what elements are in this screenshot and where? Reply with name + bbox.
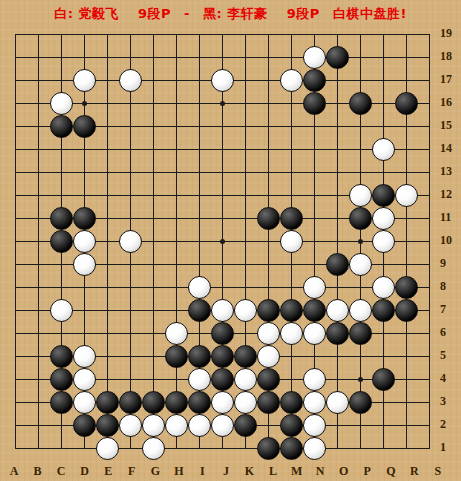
stone-black [142,391,165,414]
stone-white [303,391,326,414]
stone-black [50,207,73,230]
stone-white [257,345,280,368]
stone-white [303,414,326,437]
stone-white [349,184,372,207]
stone-white [234,391,257,414]
stone-black [257,207,280,230]
column-label: S [431,464,445,479]
stone-white [188,276,211,299]
column-label: B [31,464,45,479]
column-label: M [290,464,304,479]
stone-black [119,391,142,414]
column-label: A [7,464,21,479]
stone-black [73,115,96,138]
stone-black [303,69,326,92]
stone-white [142,437,165,460]
row-label: 13 [440,164,458,179]
row-label: 4 [440,371,458,386]
stone-white [303,276,326,299]
stone-white [234,368,257,391]
go-diagram-page: 白: 党毅飞 9段P - 黑: 李轩豪 9段P 白棋中盘胜! ABCDEFGHI… [0,0,461,481]
stone-black [349,322,372,345]
stone-black [234,345,257,368]
row-label: 19 [440,26,458,41]
column-label: C [54,464,68,479]
stone-black [257,437,280,460]
stone-white [372,138,395,161]
column-label: L [266,464,280,479]
stone-white [211,414,234,437]
stone-white [165,322,188,345]
stone-black [50,115,73,138]
row-label: 18 [440,49,458,64]
stone-black [303,92,326,115]
stone-white [349,299,372,322]
column-label: H [172,464,186,479]
stone-white [165,414,188,437]
stone-black [50,368,73,391]
stone-black [211,322,234,345]
stone-white [73,253,96,276]
column-label: O [337,464,351,479]
stone-white [119,230,142,253]
stone-black [372,299,395,322]
stone-white [73,345,96,368]
stone-black [188,391,211,414]
row-label: 9 [440,256,458,271]
stone-white [326,299,349,322]
row-label: 14 [440,141,458,156]
stone-black [280,437,303,460]
column-label: Q [384,464,398,479]
stone-white [119,414,142,437]
stone-white [303,368,326,391]
column-label: G [148,464,162,479]
go-board[interactable] [0,0,461,461]
stone-black [372,368,395,391]
stone-white [280,69,303,92]
row-label: 3 [440,394,458,409]
stone-black [326,322,349,345]
stone-black [188,345,211,368]
column-label: R [407,464,421,479]
column-label: J [219,464,233,479]
stone-white [303,322,326,345]
stone-black [326,253,349,276]
row-label: 8 [440,279,458,294]
grid-line [15,448,430,449]
stone-black [349,92,372,115]
stone-white [142,414,165,437]
stone-white [280,230,303,253]
stone-white [211,69,234,92]
star-point [358,377,363,382]
stone-white [73,391,96,414]
stone-black [234,414,257,437]
stone-black [395,92,418,115]
stone-white [96,437,119,460]
stone-white [349,253,372,276]
stone-black [165,391,188,414]
stone-black [165,345,188,368]
stone-white [234,299,257,322]
stone-white [303,437,326,460]
stone-black [349,391,372,414]
row-label: 15 [440,118,458,133]
stone-black [280,391,303,414]
column-label: K [243,464,257,479]
stone-white [73,368,96,391]
stone-white [372,276,395,299]
stone-black [395,299,418,322]
stone-black [280,207,303,230]
stone-black [257,299,280,322]
row-label: 1 [440,440,458,455]
stone-black [326,46,349,69]
stone-black [50,230,73,253]
star-point [358,239,363,244]
stone-black [96,414,119,437]
row-label: 5 [440,348,458,363]
stone-white [211,391,234,414]
stone-black [73,414,96,437]
grid-line [337,34,338,449]
column-label: N [313,464,327,479]
row-label: 6 [440,325,458,340]
stone-black [211,368,234,391]
stone-white [257,322,280,345]
stone-white [280,322,303,345]
stone-white [50,299,73,322]
row-label: 17 [440,72,458,87]
stone-black [211,345,234,368]
grid-line [15,287,430,288]
star-point [220,239,225,244]
row-label: 12 [440,187,458,202]
stone-black [395,276,418,299]
stone-white [73,230,96,253]
stone-black [280,414,303,437]
stone-white [188,368,211,391]
star-point [220,101,225,106]
stone-white [119,69,142,92]
stone-black [280,299,303,322]
stone-white [211,299,234,322]
column-label: E [101,464,115,479]
stone-black [257,391,280,414]
stone-white [73,69,96,92]
row-label: 16 [440,95,458,110]
stone-white [50,92,73,115]
stone-black [188,299,211,322]
row-label: 10 [440,233,458,248]
stone-white [372,207,395,230]
stone-black [73,207,96,230]
stone-black [96,391,119,414]
row-label: 11 [440,210,458,225]
column-label: I [195,464,209,479]
stone-black [303,299,326,322]
stone-black [372,184,395,207]
stone-white [372,230,395,253]
grid-line [429,34,430,449]
row-label: 2 [440,417,458,432]
stone-black [50,345,73,368]
stone-black [257,368,280,391]
star-point [82,101,87,106]
stone-black [349,207,372,230]
stone-black [50,391,73,414]
stone-white [188,414,211,437]
stone-white [303,46,326,69]
column-label: P [360,464,374,479]
stone-white [395,184,418,207]
row-label: 7 [440,302,458,317]
stone-white [326,391,349,414]
column-label: D [78,464,92,479]
column-label: F [125,464,139,479]
